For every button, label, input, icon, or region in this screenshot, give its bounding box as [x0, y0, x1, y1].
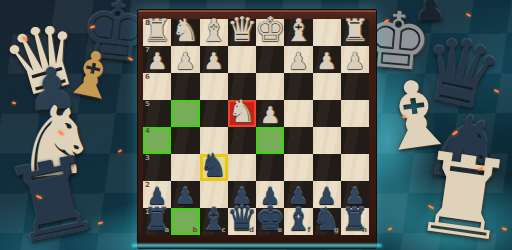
- square-h8[interactable]: ♜: [341, 19, 369, 46]
- square-d4[interactable]: [228, 127, 256, 154]
- square-h5[interactable]: [341, 100, 369, 127]
- square-e5[interactable]: ♟: [256, 100, 284, 127]
- decor-white-rook-icon: ♜: [407, 136, 512, 250]
- square-d8[interactable]: ♛: [228, 19, 256, 46]
- square-e4[interactable]: [256, 127, 284, 154]
- square-b7[interactable]: ♟: [171, 46, 199, 73]
- white-queen-d8[interactable]: ♛: [227, 12, 257, 46]
- rank-label-5: 5: [145, 101, 150, 108]
- file-label-b: b: [192, 227, 197, 234]
- square-e3[interactable]: [256, 154, 284, 181]
- square-e8[interactable]: ♚: [256, 19, 284, 46]
- square-c5[interactable]: [200, 100, 228, 127]
- white-bishop-f8[interactable]: ♝: [284, 15, 312, 46]
- rank-label-4: 4: [145, 128, 150, 135]
- square-c3[interactable]: ♞: [200, 154, 228, 181]
- square-f3[interactable]: [284, 154, 312, 181]
- square-g8[interactable]: [313, 19, 341, 46]
- file-label-a: a: [165, 227, 170, 234]
- rank-label-7: 7: [145, 47, 150, 54]
- black-pawn-b2[interactable]: ♟: [175, 185, 196, 208]
- spark-particle: [466, 13, 471, 17]
- white-knight-d5[interactable]: ♞: [228, 96, 256, 127]
- file-label-e: e: [278, 227, 283, 234]
- square-g6[interactable]: [313, 73, 341, 100]
- square-a5[interactable]: 5: [143, 100, 171, 127]
- white-pawn-h7[interactable]: ♟: [345, 50, 366, 73]
- square-c6[interactable]: [200, 73, 228, 100]
- square-c1[interactable]: c♝: [200, 208, 228, 235]
- white-rook-h8[interactable]: ♜: [341, 15, 369, 46]
- rank-label-1: 1: [145, 209, 150, 216]
- square-d7[interactable]: [228, 46, 256, 73]
- rank-label-8: 8: [145, 20, 150, 27]
- square-a8[interactable]: 8♜: [143, 19, 171, 46]
- square-f8[interactable]: ♝: [284, 19, 312, 46]
- file-label-g: g: [334, 227, 339, 234]
- white-pawn-b7[interactable]: ♟: [175, 50, 196, 73]
- square-f4[interactable]: [284, 127, 312, 154]
- square-e6[interactable]: [256, 73, 284, 100]
- square-h6[interactable]: [341, 73, 369, 100]
- square-e1[interactable]: e♚: [256, 208, 284, 235]
- square-c8[interactable]: ♝: [200, 19, 228, 46]
- square-b4[interactable]: [171, 127, 199, 154]
- square-f1[interactable]: f♝: [284, 208, 312, 235]
- file-label-f: f: [307, 227, 310, 234]
- square-b6[interactable]: [171, 73, 199, 100]
- square-g5[interactable]: [313, 100, 341, 127]
- square-f7[interactable]: ♟: [284, 46, 312, 73]
- square-d3[interactable]: [228, 154, 256, 181]
- white-pawn-e5[interactable]: ♟: [260, 104, 281, 127]
- square-h3[interactable]: [341, 154, 369, 181]
- square-a1[interactable]: 1a♜: [143, 208, 171, 235]
- square-g4[interactable]: [313, 127, 341, 154]
- square-h1[interactable]: h♜: [341, 208, 369, 235]
- square-e7[interactable]: [256, 46, 284, 73]
- square-h7[interactable]: ♟: [341, 46, 369, 73]
- square-b1[interactable]: b: [171, 208, 199, 235]
- square-c7[interactable]: ♟: [200, 46, 228, 73]
- square-a4[interactable]: 4: [143, 127, 171, 154]
- square-g7[interactable]: ♟: [313, 46, 341, 73]
- square-h4[interactable]: [341, 127, 369, 154]
- rank-label-3: 3: [145, 155, 150, 162]
- chess-board[interactable]: 8♜♞♝♛♚♝♜7♟♟♟♟♟♟65♞♟43♞2♟♟♟♟♟♟♟1a♜bc♝d♛e♚…: [143, 19, 369, 235]
- square-d5[interactable]: ♞: [228, 100, 256, 127]
- square-g1[interactable]: g♞: [313, 208, 341, 235]
- white-pawn-g7[interactable]: ♟: [316, 50, 337, 73]
- square-b8[interactable]: ♞: [171, 19, 199, 46]
- white-knight-b8[interactable]: ♞: [171, 15, 199, 46]
- white-king-e8[interactable]: ♚: [255, 12, 285, 46]
- square-d1[interactable]: d♛: [228, 208, 256, 235]
- black-knight-c3[interactable]: ♞: [200, 150, 228, 181]
- square-a3[interactable]: 3: [143, 154, 171, 181]
- spark-particle: [118, 149, 122, 153]
- square-b3[interactable]: [171, 154, 199, 181]
- rank-label-2: 2: [145, 182, 150, 189]
- file-label-h: h: [362, 227, 367, 234]
- square-f5[interactable]: [284, 100, 312, 127]
- square-b5[interactable]: [171, 100, 199, 127]
- square-g3[interactable]: [313, 154, 341, 181]
- rank-label-6: 6: [145, 74, 150, 81]
- cyan-glow-line: [132, 244, 382, 247]
- file-label-d: d: [249, 227, 254, 234]
- square-a7[interactable]: 7♟: [143, 46, 171, 73]
- file-label-c: c: [222, 227, 226, 234]
- spark-particle: [388, 227, 392, 231]
- square-a6[interactable]: 6: [143, 73, 171, 100]
- white-pawn-f7[interactable]: ♟: [288, 50, 309, 73]
- white-bishop-c8[interactable]: ♝: [200, 15, 228, 46]
- square-f6[interactable]: [284, 73, 312, 100]
- white-pawn-c7[interactable]: ♟: [203, 50, 224, 73]
- square-b2[interactable]: ♟: [171, 181, 199, 208]
